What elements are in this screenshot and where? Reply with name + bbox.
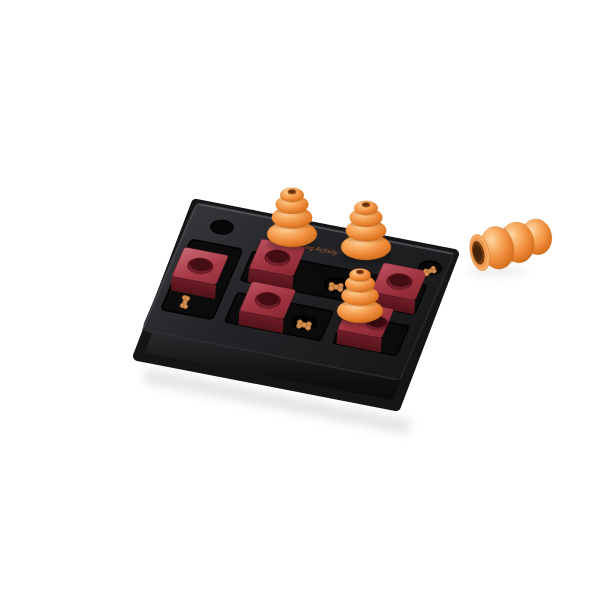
dog-puzzle-board-scene: Dog Activity	[0, 0, 600, 600]
cone-standing-2[interactable]	[341, 201, 391, 260]
product-photo-stage: Dog Activity	[0, 0, 600, 600]
cone-standing-1[interactable]	[267, 188, 317, 247]
cone-lying[interactable]	[466, 215, 557, 274]
